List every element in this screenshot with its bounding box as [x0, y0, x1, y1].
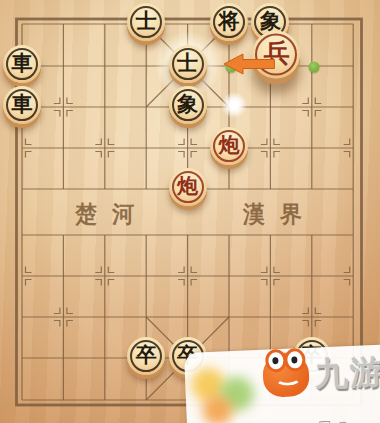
piece-red-soldier[interactable]: 兵	[252, 31, 300, 79]
river-label-right: 漢界	[243, 199, 317, 231]
piece-black-elephant[interactable]: 象	[169, 86, 207, 124]
piece-red-cannon[interactable]: 炮	[169, 168, 207, 206]
piece-glyph: 卒	[136, 345, 157, 366]
piece-glyph: 士	[136, 11, 157, 32]
watermark-brand-text: 九游	[314, 350, 380, 398]
watermark-card: 九游 豫ICP备19022556号-2	[184, 343, 380, 423]
piece-black-advisor[interactable]: 士	[127, 3, 165, 41]
piece-glyph: 炮	[219, 135, 240, 156]
piece-glyph: 象	[177, 94, 198, 115]
xiangqi-board-screen: 楚河 漢界 士将象車士兵車象炮炮卒卒卒 九游 豫ICP备19022556号-2	[0, 0, 380, 423]
mascot-smile-icon	[275, 370, 302, 386]
piece-glyph: 象	[260, 11, 281, 32]
last-move-dot	[308, 62, 319, 73]
jiuyou-mascot-icon	[262, 352, 310, 398]
piece-red-cannon[interactable]: 炮	[210, 127, 248, 165]
piece-glyph: 士	[177, 53, 198, 74]
piece-black-chariot[interactable]: 車	[3, 45, 41, 83]
piece-black-soldier[interactable]: 卒	[127, 337, 165, 375]
piece-black-chariot[interactable]: 車	[3, 86, 41, 124]
mascot-eye-icon	[284, 348, 306, 372]
river-label-left: 楚河	[75, 199, 149, 231]
piece-black-general[interactable]: 将	[210, 3, 248, 41]
piece-glyph: 炮	[177, 176, 198, 197]
last-move-dot	[226, 62, 237, 73]
piece-glyph: 兵	[263, 41, 289, 67]
piece-glyph: 将	[219, 11, 240, 32]
piece-glyph: 車	[12, 94, 33, 115]
piece-glyph: 車	[12, 53, 33, 74]
piece-black-advisor[interactable]: 士	[169, 45, 207, 83]
